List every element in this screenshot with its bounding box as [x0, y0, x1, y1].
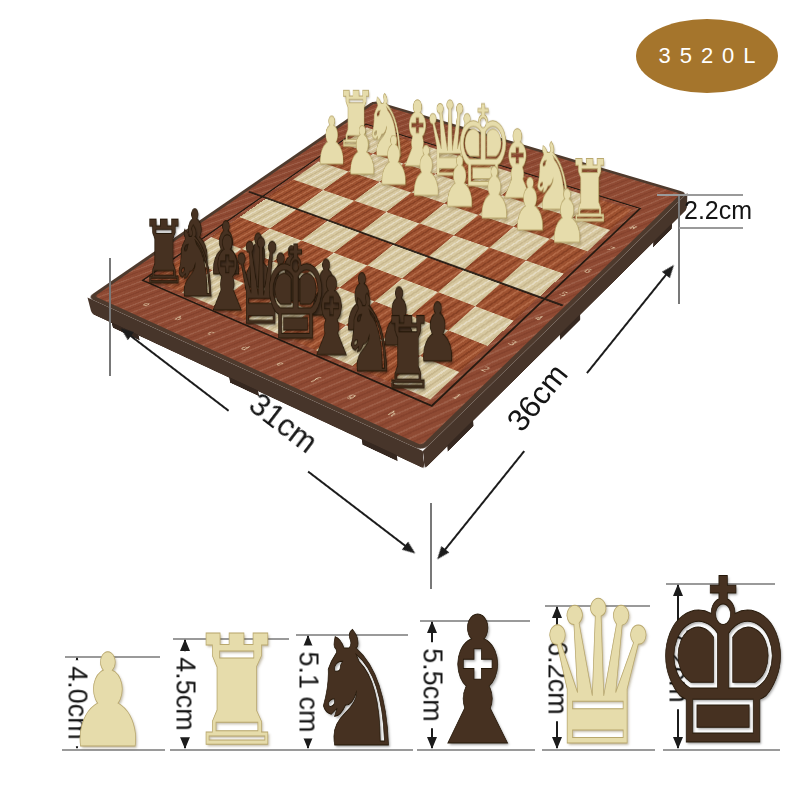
piece-cream-pawn: ♟	[408, 145, 444, 200]
file-label-f: f	[311, 375, 322, 384]
dim-cap-bottom	[542, 749, 655, 751]
extension-line-right	[678, 196, 680, 304]
dim-cap-bottom	[170, 749, 294, 751]
piece-cream-pawn: ♟	[314, 116, 348, 169]
size-piece-walnut-bishop: ♝	[399, 615, 557, 750]
square-b8: ♞	[373, 137, 427, 164]
height-arrow	[677, 585, 679, 748]
square-c8: ♝	[404, 146, 459, 174]
rank-label-1: 1	[451, 391, 464, 401]
dim-cap-top	[296, 634, 408, 636]
file-label-b: b	[173, 314, 186, 322]
height-label: 7.2cm	[661, 623, 696, 709]
piece-cream-pawn: ♟	[475, 166, 512, 223]
square-b5	[297, 190, 354, 220]
file-label-c: c	[206, 328, 219, 336]
size-piece-cream-rook: ♜	[158, 634, 316, 750]
board-frame: ♜♞♝♛♚♝♞♜♟♟♟♟♟♟♟♟♟♟♟♟♟♟♟♟♜♞♝♛♚♝♞♜ abcdefg…	[95, 103, 681, 445]
file-label-a: a	[141, 300, 154, 308]
rank-label-3: 3	[507, 338, 520, 347]
rank-label-8: 8	[628, 223, 639, 230]
rank-label-5: 5	[558, 289, 570, 297]
extension-line-left	[109, 258, 111, 376]
square-c6	[354, 182, 411, 212]
height-label: 4.0cm	[60, 660, 95, 746]
piece-cream-pawn: ♟	[375, 135, 410, 189]
square-a8: ♜	[343, 128, 396, 154]
dim-cap-top	[666, 583, 775, 585]
height-label: 5.5cm	[415, 642, 450, 728]
height-label: 5.1 cm	[291, 645, 326, 738]
piece-cream-pawn: ♟	[441, 155, 477, 211]
square-b6	[323, 172, 379, 201]
dim-cap-bottom	[417, 749, 535, 751]
square-c5	[328, 201, 386, 232]
size-piece-cream-pawn: ♟	[29, 652, 187, 750]
dim-cap-top	[420, 620, 530, 622]
height-arrow	[184, 640, 186, 748]
dim-cap-bottom	[663, 749, 780, 751]
rank-label-4: 4	[533, 313, 545, 322]
height-label: 6.2cm	[540, 635, 575, 721]
height-arrow	[307, 636, 309, 748]
thickness-label: 2.2cm	[684, 196, 752, 225]
square-a5	[267, 179, 323, 208]
board-scene: ♜♞♝♛♚♝♞♜♟♟♟♟♟♟♟♟♟♟♟♟♟♟♟♟♜♞♝♛♚♝♞♜ abcdefg…	[0, 0, 788, 518]
piece-walnut-rook: ♜	[382, 314, 434, 394]
square-e6	[420, 204, 479, 236]
height-arrow	[431, 622, 433, 748]
dim-cap-top	[545, 605, 650, 607]
rank-label-2: 2	[480, 364, 493, 374]
height-label: 4.5cm	[168, 651, 203, 737]
rank-label-6: 6	[583, 266, 595, 274]
dim-cap-bottom	[62, 749, 165, 751]
file-label-h: h	[386, 408, 400, 418]
dim-cap-top	[65, 656, 160, 658]
board-foot	[447, 420, 473, 452]
square-a6	[293, 162, 348, 190]
square-d8: ♛	[435, 156, 491, 184]
piece-cream-king: ♚	[453, 101, 512, 191]
file-label-g: g	[346, 390, 360, 400]
square-d6	[387, 193, 445, 224]
square-d7: ♟	[411, 174, 468, 204]
piece-cream-pawn: ♟	[547, 188, 585, 247]
piece-cream-queen: ♛	[423, 98, 477, 181]
board-clasp	[560, 314, 581, 340]
square-e7: ♟	[444, 184, 502, 214]
height-arrow	[76, 658, 78, 748]
piece-cream-pawn: ♟	[344, 125, 379, 178]
square-a7: ♟	[319, 144, 373, 171]
square-b7: ♟	[349, 154, 404, 182]
dim-cap-bottom	[293, 749, 413, 751]
chess-board: ♜♞♝♛♚♝♞♜♟♟♟♟♟♟♟♟♟♟♟♟♟♟♟♟♜♞♝♛♚♝♞♜ abcdefg…	[87, 101, 687, 451]
board-foot	[362, 439, 398, 462]
size-piece-walnut-king: ♚	[644, 577, 800, 750]
thickness-line-bottom	[679, 227, 743, 229]
height-arrow	[556, 607, 558, 748]
size-piece-walnut-knight: ♞	[277, 630, 435, 750]
board-foot	[653, 223, 672, 247]
dim-cap-top	[173, 638, 289, 640]
square-h4	[475, 283, 539, 321]
board-clasp	[229, 377, 259, 396]
file-label-e: e	[274, 359, 287, 368]
rank-label-7: 7	[606, 244, 617, 252]
size-piece-cream-queen: ♛	[519, 600, 677, 750]
square-c7: ♟	[380, 164, 436, 193]
piece-cream-rook: ♜	[336, 89, 376, 151]
arrowhead	[433, 546, 449, 562]
square-d5	[361, 212, 420, 244]
file-label-d: d	[239, 343, 252, 352]
piece-cream-pawn: ♟	[511, 177, 549, 235]
extension-line-near	[430, 503, 432, 589]
piece-cream-knight: ♞	[364, 92, 409, 160]
piece-cream-bishop: ♝	[394, 98, 441, 171]
